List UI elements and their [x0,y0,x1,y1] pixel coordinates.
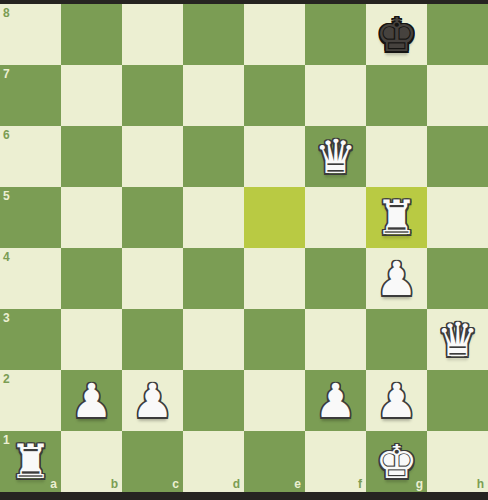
rank-label-8: 8 [3,7,10,19]
square-h2[interactable] [427,370,488,431]
square-f5[interactable] [305,187,366,248]
square-e1[interactable]: e [244,431,305,492]
square-d7[interactable] [183,65,244,126]
piece-white-pawn-g2[interactable]: ♟ [366,370,427,431]
square-c6[interactable] [122,126,183,187]
square-f1[interactable]: f [305,431,366,492]
square-e3[interactable] [244,309,305,370]
rank-label-5: 5 [3,190,10,202]
square-e2[interactable] [244,370,305,431]
rank-label-4: 4 [3,251,10,263]
square-e4[interactable] [244,248,305,309]
rank-label-2: 2 [3,373,10,385]
square-b2[interactable]: ♟ [61,370,122,431]
square-f7[interactable] [305,65,366,126]
piece-white-queen-h3[interactable]: ♛ [427,309,488,370]
square-f6[interactable]: ♛ [305,126,366,187]
square-d3[interactable] [183,309,244,370]
piece-white-rook-a1[interactable]: ♜ [0,431,61,492]
square-b5[interactable] [61,187,122,248]
piece-black-king-g8[interactable]: ♚ [366,4,427,65]
file-label-f: f [358,478,362,490]
square-e7[interactable] [244,65,305,126]
square-c5[interactable] [122,187,183,248]
piece-white-pawn-g4[interactable]: ♟ [366,248,427,309]
file-label-e: e [294,478,301,490]
rank-label-7: 7 [3,68,10,80]
piece-white-pawn-c2[interactable]: ♟ [122,370,183,431]
square-h1[interactable]: h [427,431,488,492]
square-e5[interactable] [244,187,305,248]
file-label-b: b [111,478,118,490]
square-b6[interactable] [61,126,122,187]
square-a6[interactable]: 6 [0,126,61,187]
square-a4[interactable]: 4 [0,248,61,309]
square-a2[interactable]: 2 [0,370,61,431]
square-b4[interactable] [61,248,122,309]
square-g5[interactable]: ♜ [366,187,427,248]
square-b3[interactable] [61,309,122,370]
square-g7[interactable] [366,65,427,126]
square-e6[interactable] [244,126,305,187]
rank-label-3: 3 [3,312,10,324]
piece-white-pawn-f2[interactable]: ♟ [305,370,366,431]
square-a8[interactable]: 8 [0,4,61,65]
square-d8[interactable] [183,4,244,65]
file-label-h: h [477,478,484,490]
square-d4[interactable] [183,248,244,309]
square-f4[interactable] [305,248,366,309]
piece-white-rook-g5[interactable]: ♜ [366,187,427,248]
square-g2[interactable]: ♟ [366,370,427,431]
piece-white-pawn-b2[interactable]: ♟ [61,370,122,431]
square-h6[interactable] [427,126,488,187]
square-h7[interactable] [427,65,488,126]
square-c4[interactable] [122,248,183,309]
square-g6[interactable] [366,126,427,187]
square-e8[interactable] [244,4,305,65]
square-b7[interactable] [61,65,122,126]
square-c7[interactable] [122,65,183,126]
square-f3[interactable] [305,309,366,370]
square-d5[interactable] [183,187,244,248]
square-g3[interactable] [366,309,427,370]
square-b8[interactable] [61,4,122,65]
square-c1[interactable]: c [122,431,183,492]
square-a3[interactable]: 3 [0,309,61,370]
file-label-d: d [233,478,240,490]
square-c3[interactable] [122,309,183,370]
square-d2[interactable] [183,370,244,431]
square-c8[interactable] [122,4,183,65]
square-h3[interactable]: ♛ [427,309,488,370]
square-h4[interactable] [427,248,488,309]
square-g4[interactable]: ♟ [366,248,427,309]
square-h8[interactable] [427,4,488,65]
rank-label-6: 6 [3,129,10,141]
square-a1[interactable]: 1a♜ [0,431,61,492]
board-frame-bottom [0,492,488,500]
square-h5[interactable] [427,187,488,248]
piece-white-queen-f6[interactable]: ♛ [305,126,366,187]
piece-white-king-g1[interactable]: ♚ [366,431,427,492]
square-f2[interactable]: ♟ [305,370,366,431]
square-g8[interactable]: ♚ [366,4,427,65]
file-label-c: c [172,478,179,490]
square-a7[interactable]: 7 [0,65,61,126]
square-f8[interactable] [305,4,366,65]
square-c2[interactable]: ♟ [122,370,183,431]
square-g1[interactable]: g♚ [366,431,427,492]
square-a5[interactable]: 5 [0,187,61,248]
square-d6[interactable] [183,126,244,187]
square-d1[interactable]: d [183,431,244,492]
chess-board: 8♚76♛5♜4♟3♛2♟♟♟♟1a♜bcdefg♚h [0,4,488,492]
square-b1[interactable]: b [61,431,122,492]
